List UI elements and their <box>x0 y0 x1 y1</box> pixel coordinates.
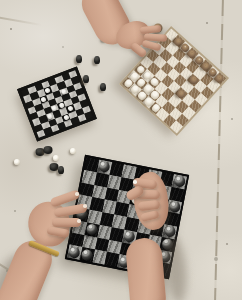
left-hand-nail <box>75 192 79 196</box>
loose-white-ball-small[interactable] <box>53 155 59 161</box>
loose-white-ball-small[interactable] <box>70 148 76 154</box>
loose-black-pawn[interactable] <box>100 83 106 91</box>
right-hand-nail <box>133 180 137 184</box>
left-hand-nail <box>83 204 87 208</box>
floor-crack-right <box>214 0 223 300</box>
loose-black-pawn[interactable] <box>76 55 82 63</box>
floor-specks <box>10 28 12 30</box>
loose-black-pawn[interactable] <box>58 166 64 174</box>
floor-crack-top-left <box>0 16 42 25</box>
left-hand-nail <box>77 219 81 223</box>
loose-black-pawn[interactable] <box>83 75 89 83</box>
loose-black-pawn-wide[interactable] <box>44 146 53 154</box>
loose-white-ball-small[interactable] <box>14 159 20 165</box>
scene <box>0 0 242 300</box>
loose-black-pawn[interactable] <box>94 56 100 64</box>
board-cell[interactable] <box>84 111 93 119</box>
